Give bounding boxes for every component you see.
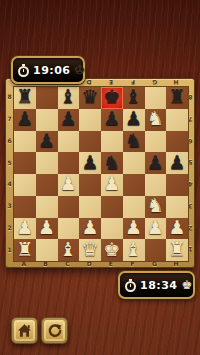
square-a8[interactable]: ♜	[14, 87, 36, 109]
white-king-piece: ♚	[103, 240, 120, 259]
square-c2[interactable]	[58, 218, 80, 240]
square-d2[interactable]: ♟	[79, 218, 101, 240]
white-pawn-piece: ♟	[38, 218, 55, 237]
square-b1[interactable]	[36, 239, 58, 261]
rank-label-6: 6	[6, 130, 13, 152]
black-bishop-piece: ♝	[125, 87, 142, 106]
square-e7[interactable]: ♟	[101, 109, 123, 131]
black-clock-panel: 19:06 ♚	[11, 56, 85, 84]
square-f3[interactable]	[123, 196, 145, 218]
file-label-g: G	[144, 260, 166, 267]
square-e1[interactable]: ♚	[101, 239, 123, 261]
white-bishop-piece: ♝	[125, 240, 142, 259]
square-a2[interactable]: ♟	[14, 218, 36, 240]
square-f6[interactable]: ♞	[123, 131, 145, 153]
square-g1[interactable]	[145, 239, 167, 261]
square-d8[interactable]: ♛	[79, 87, 101, 109]
rank-labels-right: 87654321	[187, 86, 194, 260]
black-pawn-piece: ♟	[60, 109, 77, 128]
square-g6[interactable]	[145, 131, 167, 153]
square-g4[interactable]	[145, 174, 167, 196]
rank-labels-left: 87654321	[6, 86, 13, 260]
square-b2[interactable]: ♟	[36, 218, 58, 240]
square-b8[interactable]	[36, 87, 58, 109]
white-pawn-piece: ♟	[103, 174, 120, 193]
rank-label-3: 3	[187, 195, 194, 217]
black-pawn-piece: ♟	[147, 153, 164, 172]
white-clock-time: 18:34	[140, 279, 178, 292]
square-c4[interactable]: ♟	[58, 174, 80, 196]
black-pawn-piece: ♟	[16, 109, 33, 128]
black-king-piece: ♚	[103, 87, 120, 106]
square-h7[interactable]	[166, 109, 188, 131]
white-pawn-piece: ♟	[169, 218, 186, 237]
white-queen-piece: ♛	[82, 240, 99, 259]
rank-label-7: 7	[187, 108, 194, 130]
square-a5[interactable]	[14, 152, 36, 174]
black-rook-piece: ♜	[16, 87, 33, 106]
square-c6[interactable]	[58, 131, 80, 153]
square-f2[interactable]: ♟	[123, 218, 145, 240]
home-icon	[17, 323, 32, 338]
square-h1[interactable]: ♜	[166, 239, 188, 261]
square-b6[interactable]: ♟	[36, 131, 58, 153]
square-h4[interactable]	[166, 174, 188, 196]
black-rook-piece: ♜	[169, 87, 186, 106]
square-f7[interactable]: ♟	[123, 109, 145, 131]
file-label-f: F	[122, 79, 144, 86]
square-g5[interactable]: ♟	[145, 152, 167, 174]
rank-label-8: 8	[187, 86, 194, 108]
black-pawn-piece: ♟	[82, 153, 99, 172]
square-e8[interactable]: ♚	[101, 87, 123, 109]
file-label-e: E	[100, 79, 122, 86]
rank-label-2: 2	[6, 217, 13, 239]
square-e6[interactable]	[101, 131, 123, 153]
rank-label-4: 4	[187, 173, 194, 195]
square-f4[interactable]	[123, 174, 145, 196]
chess-board: ♜♝♛♚♝♜♟♟♟♟♞♟♞♟♞♟♟♟♟♞♟♟♟♟♟♟♜♝♛♚♝♜ ABCDEFG…	[5, 78, 195, 268]
square-g8[interactable]	[145, 87, 167, 109]
home-button[interactable]	[11, 317, 38, 344]
black-king-icon: ♚	[75, 64, 86, 76]
rank-label-7: 7	[6, 108, 13, 130]
rank-label-8: 8	[6, 86, 13, 108]
square-e5[interactable]: ♞	[101, 152, 123, 174]
square-c3[interactable]	[58, 196, 80, 218]
square-f8[interactable]: ♝	[123, 87, 145, 109]
square-g3[interactable]: ♞	[145, 196, 167, 218]
white-pawn-piece: ♟	[60, 174, 77, 193]
white-rook-piece: ♜	[169, 240, 186, 259]
file-label-e: E	[100, 260, 122, 267]
square-a7[interactable]: ♟	[14, 109, 36, 131]
square-b7[interactable]	[36, 109, 58, 131]
rank-label-3: 3	[6, 195, 13, 217]
black-knight-piece: ♞	[103, 153, 120, 172]
white-pawn-piece: ♟	[125, 218, 142, 237]
square-d7[interactable]	[79, 109, 101, 131]
square-h3[interactable]	[166, 196, 188, 218]
square-c5[interactable]	[58, 152, 80, 174]
black-pawn-piece: ♟	[125, 109, 142, 128]
square-d5[interactable]: ♟	[79, 152, 101, 174]
white-pawn-piece: ♟	[16, 218, 33, 237]
file-label-f: F	[122, 260, 144, 267]
restart-button[interactable]	[41, 317, 68, 344]
square-h8[interactable]: ♜	[166, 87, 188, 109]
white-pawn-piece: ♟	[82, 218, 99, 237]
black-pawn-piece: ♟	[38, 131, 55, 150]
file-labels-bottom: ABCDEFGH	[13, 260, 187, 267]
square-f5[interactable]	[123, 152, 145, 174]
stopwatch-icon	[125, 281, 136, 292]
square-b3[interactable]	[36, 196, 58, 218]
square-g2[interactable]: ♟	[145, 218, 167, 240]
square-h2[interactable]: ♟	[166, 218, 188, 240]
rank-label-4: 4	[6, 173, 13, 195]
square-c8[interactable]: ♝	[58, 87, 80, 109]
square-c1[interactable]: ♝	[58, 239, 80, 261]
file-label-b: B	[35, 260, 57, 267]
square-h6[interactable]	[166, 131, 188, 153]
square-a6[interactable]	[14, 131, 36, 153]
white-pawn-piece: ♟	[147, 218, 164, 237]
chess-app: ♜♝♛♚♝♜♟♟♟♟♞♟♞♟♞♟♟♟♟♞♟♟♟♟♟♟♜♝♛♚♝♜ ABCDEFG…	[0, 0, 200, 355]
square-e3[interactable]	[101, 196, 123, 218]
file-label-g: G	[144, 79, 166, 86]
square-b5[interactable]	[36, 152, 58, 174]
square-a1[interactable]: ♜	[14, 239, 36, 261]
square-c7[interactable]: ♟	[58, 109, 80, 131]
file-label-c: C	[57, 260, 79, 267]
square-e4[interactable]: ♟	[101, 174, 123, 196]
rank-label-1: 1	[187, 238, 194, 260]
square-e2[interactable]	[101, 218, 123, 240]
square-a3[interactable]	[14, 196, 36, 218]
square-a4[interactable]	[14, 174, 36, 196]
square-h5[interactable]: ♟	[166, 152, 188, 174]
white-clock-panel: 18:34 ♚	[118, 271, 195, 299]
rank-label-2: 2	[187, 217, 194, 239]
black-clock-time: 19:06	[33, 64, 71, 77]
square-d6[interactable]	[79, 131, 101, 153]
file-label-h: H	[165, 79, 187, 86]
rank-label-1: 1	[6, 238, 13, 260]
square-d3[interactable]	[79, 196, 101, 218]
board-grid: ♜♝♛♚♝♜♟♟♟♟♞♟♞♟♞♟♟♟♟♞♟♟♟♟♟♟♜♝♛♚♝♜	[13, 86, 189, 262]
stopwatch-icon	[18, 66, 29, 77]
black-queen-piece: ♛	[82, 87, 99, 106]
white-king-icon: ♚	[182, 279, 193, 291]
file-label-d: D	[78, 260, 100, 267]
white-bishop-piece: ♝	[60, 240, 77, 259]
white-knight-piece: ♞	[147, 196, 164, 215]
file-label-h: H	[165, 260, 187, 267]
rank-label-6: 6	[187, 130, 194, 152]
file-label-a: A	[13, 260, 35, 267]
black-pawn-piece: ♟	[103, 109, 120, 128]
black-knight-piece: ♞	[125, 131, 142, 150]
rank-label-5: 5	[187, 151, 194, 173]
white-rook-piece: ♜	[16, 240, 33, 259]
white-knight-piece: ♞	[147, 109, 164, 128]
rank-label-5: 5	[6, 151, 13, 173]
square-d1[interactable]: ♛	[79, 239, 101, 261]
square-g7[interactable]: ♞	[145, 109, 167, 131]
restart-icon	[47, 323, 63, 339]
square-d4[interactable]	[79, 174, 101, 196]
black-bishop-piece: ♝	[60, 87, 77, 106]
square-f1[interactable]: ♝	[123, 239, 145, 261]
black-pawn-piece: ♟	[169, 153, 186, 172]
square-b4[interactable]	[36, 174, 58, 196]
